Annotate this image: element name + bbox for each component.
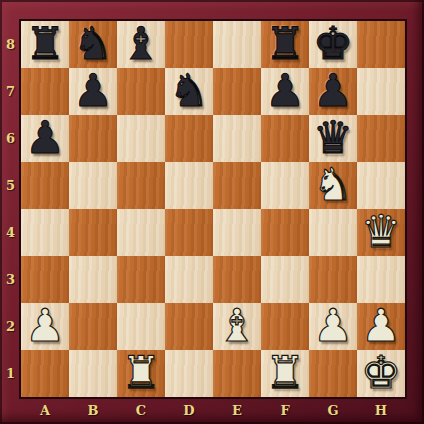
- square-h2[interactable]: ♟: [357, 303, 405, 350]
- file-label-h: H: [357, 397, 405, 424]
- square-b5[interactable]: [69, 162, 117, 209]
- square-e8[interactable]: [213, 21, 261, 68]
- square-f2[interactable]: [261, 303, 309, 350]
- file-label-e: E: [213, 397, 261, 424]
- piece-black-rook[interactable]: ♜: [21, 18, 69, 68]
- square-e4[interactable]: [213, 209, 261, 256]
- square-b3[interactable]: [69, 256, 117, 303]
- square-h3[interactable]: [357, 256, 405, 303]
- square-h1[interactable]: ♚: [357, 350, 405, 397]
- square-f7[interactable]: ♟: [261, 68, 309, 115]
- square-e2[interactable]: ♝: [213, 303, 261, 350]
- piece-black-queen[interactable]: ♛: [309, 112, 357, 162]
- square-h7[interactable]: [357, 68, 405, 115]
- piece-white-king[interactable]: ♚: [357, 347, 405, 397]
- square-c5[interactable]: [117, 162, 165, 209]
- piece-black-pawn[interactable]: ♟: [69, 65, 117, 115]
- rank-label-6: 6: [0, 115, 21, 162]
- square-f8[interactable]: ♜: [261, 21, 309, 68]
- square-g2[interactable]: ♟: [309, 303, 357, 350]
- square-e5[interactable]: [213, 162, 261, 209]
- piece-white-pawn[interactable]: ♟: [309, 300, 357, 350]
- piece-black-pawn[interactable]: ♟: [261, 65, 309, 115]
- piece-black-knight[interactable]: ♞: [69, 18, 117, 68]
- square-a8[interactable]: ♜: [21, 21, 69, 68]
- square-e7[interactable]: [213, 68, 261, 115]
- square-h5[interactable]: [357, 162, 405, 209]
- file-label-b: B: [69, 397, 117, 424]
- square-a2[interactable]: ♟: [21, 303, 69, 350]
- square-g4[interactable]: [309, 209, 357, 256]
- square-g3[interactable]: [309, 256, 357, 303]
- square-c4[interactable]: [117, 209, 165, 256]
- square-f1[interactable]: ♜: [261, 350, 309, 397]
- file-label-f: F: [261, 397, 309, 424]
- square-g7[interactable]: ♟: [309, 68, 357, 115]
- square-h6[interactable]: [357, 115, 405, 162]
- square-a1[interactable]: [21, 350, 69, 397]
- square-h4[interactable]: ♛: [357, 209, 405, 256]
- rank-label-1: 1: [0, 350, 21, 397]
- square-c2[interactable]: [117, 303, 165, 350]
- piece-white-rook[interactable]: ♜: [261, 347, 309, 397]
- piece-white-knight[interactable]: ♞: [309, 159, 357, 209]
- square-b8[interactable]: ♞: [69, 21, 117, 68]
- piece-black-pawn[interactable]: ♟: [21, 112, 69, 162]
- rank-label-3: 3: [0, 256, 21, 303]
- piece-white-queen[interactable]: ♛: [357, 206, 405, 256]
- rank-label-7: 7: [0, 68, 21, 115]
- square-c7[interactable]: [117, 68, 165, 115]
- chess-board: ♜♞♝♜♚♟♞♟♟♟♛♞♛♟♝♟♟♜♜♚: [21, 21, 405, 397]
- square-h8[interactable]: [357, 21, 405, 68]
- square-g5[interactable]: ♞: [309, 162, 357, 209]
- square-g1[interactable]: [309, 350, 357, 397]
- piece-white-rook[interactable]: ♜: [117, 347, 165, 397]
- rank-label-8: 8: [0, 21, 21, 68]
- square-d1[interactable]: [165, 350, 213, 397]
- piece-black-pawn[interactable]: ♟: [309, 65, 357, 115]
- file-label-g: G: [309, 397, 357, 424]
- square-g6[interactable]: ♛: [309, 115, 357, 162]
- rank-label-2: 2: [0, 303, 21, 350]
- square-a7[interactable]: [21, 68, 69, 115]
- square-d3[interactable]: [165, 256, 213, 303]
- square-d8[interactable]: [165, 21, 213, 68]
- piece-white-pawn[interactable]: ♟: [21, 300, 69, 350]
- square-e6[interactable]: [213, 115, 261, 162]
- board-frame: 87654321 ♜♞♝♜♚♟♞♟♟♟♛♞♛♟♝♟♟♜♜♚ ABCDEFGH: [0, 0, 424, 424]
- square-c1[interactable]: ♜: [117, 350, 165, 397]
- square-a4[interactable]: [21, 209, 69, 256]
- rank-label-4: 4: [0, 209, 21, 256]
- square-b4[interactable]: [69, 209, 117, 256]
- square-a6[interactable]: ♟: [21, 115, 69, 162]
- square-a3[interactable]: [21, 256, 69, 303]
- rank-label-5: 5: [0, 162, 21, 209]
- piece-white-pawn[interactable]: ♟: [357, 300, 405, 350]
- square-a5[interactable]: [21, 162, 69, 209]
- file-label-d: D: [165, 397, 213, 424]
- piece-black-bishop[interactable]: ♝: [117, 18, 165, 68]
- square-e3[interactable]: [213, 256, 261, 303]
- file-labels: ABCDEFGH: [21, 397, 405, 424]
- square-b2[interactable]: [69, 303, 117, 350]
- square-d7[interactable]: ♞: [165, 68, 213, 115]
- square-d4[interactable]: [165, 209, 213, 256]
- square-e1[interactable]: [213, 350, 261, 397]
- square-c8[interactable]: ♝: [117, 21, 165, 68]
- square-c6[interactable]: [117, 115, 165, 162]
- square-d5[interactable]: [165, 162, 213, 209]
- square-c3[interactable]: [117, 256, 165, 303]
- square-d6[interactable]: [165, 115, 213, 162]
- square-g8[interactable]: ♚: [309, 21, 357, 68]
- square-b7[interactable]: ♟: [69, 68, 117, 115]
- square-d2[interactable]: [165, 303, 213, 350]
- square-f6[interactable]: [261, 115, 309, 162]
- piece-white-bishop[interactable]: ♝: [213, 300, 261, 350]
- square-f4[interactable]: [261, 209, 309, 256]
- rank-labels: 87654321: [0, 21, 21, 397]
- square-f5[interactable]: [261, 162, 309, 209]
- square-b1[interactable]: [69, 350, 117, 397]
- square-f3[interactable]: [261, 256, 309, 303]
- file-label-c: C: [117, 397, 165, 424]
- square-b6[interactable]: [69, 115, 117, 162]
- piece-black-rook[interactable]: ♜: [261, 18, 309, 68]
- piece-black-king[interactable]: ♚: [309, 18, 357, 68]
- file-label-a: A: [21, 397, 69, 424]
- piece-black-knight[interactable]: ♞: [165, 65, 213, 115]
